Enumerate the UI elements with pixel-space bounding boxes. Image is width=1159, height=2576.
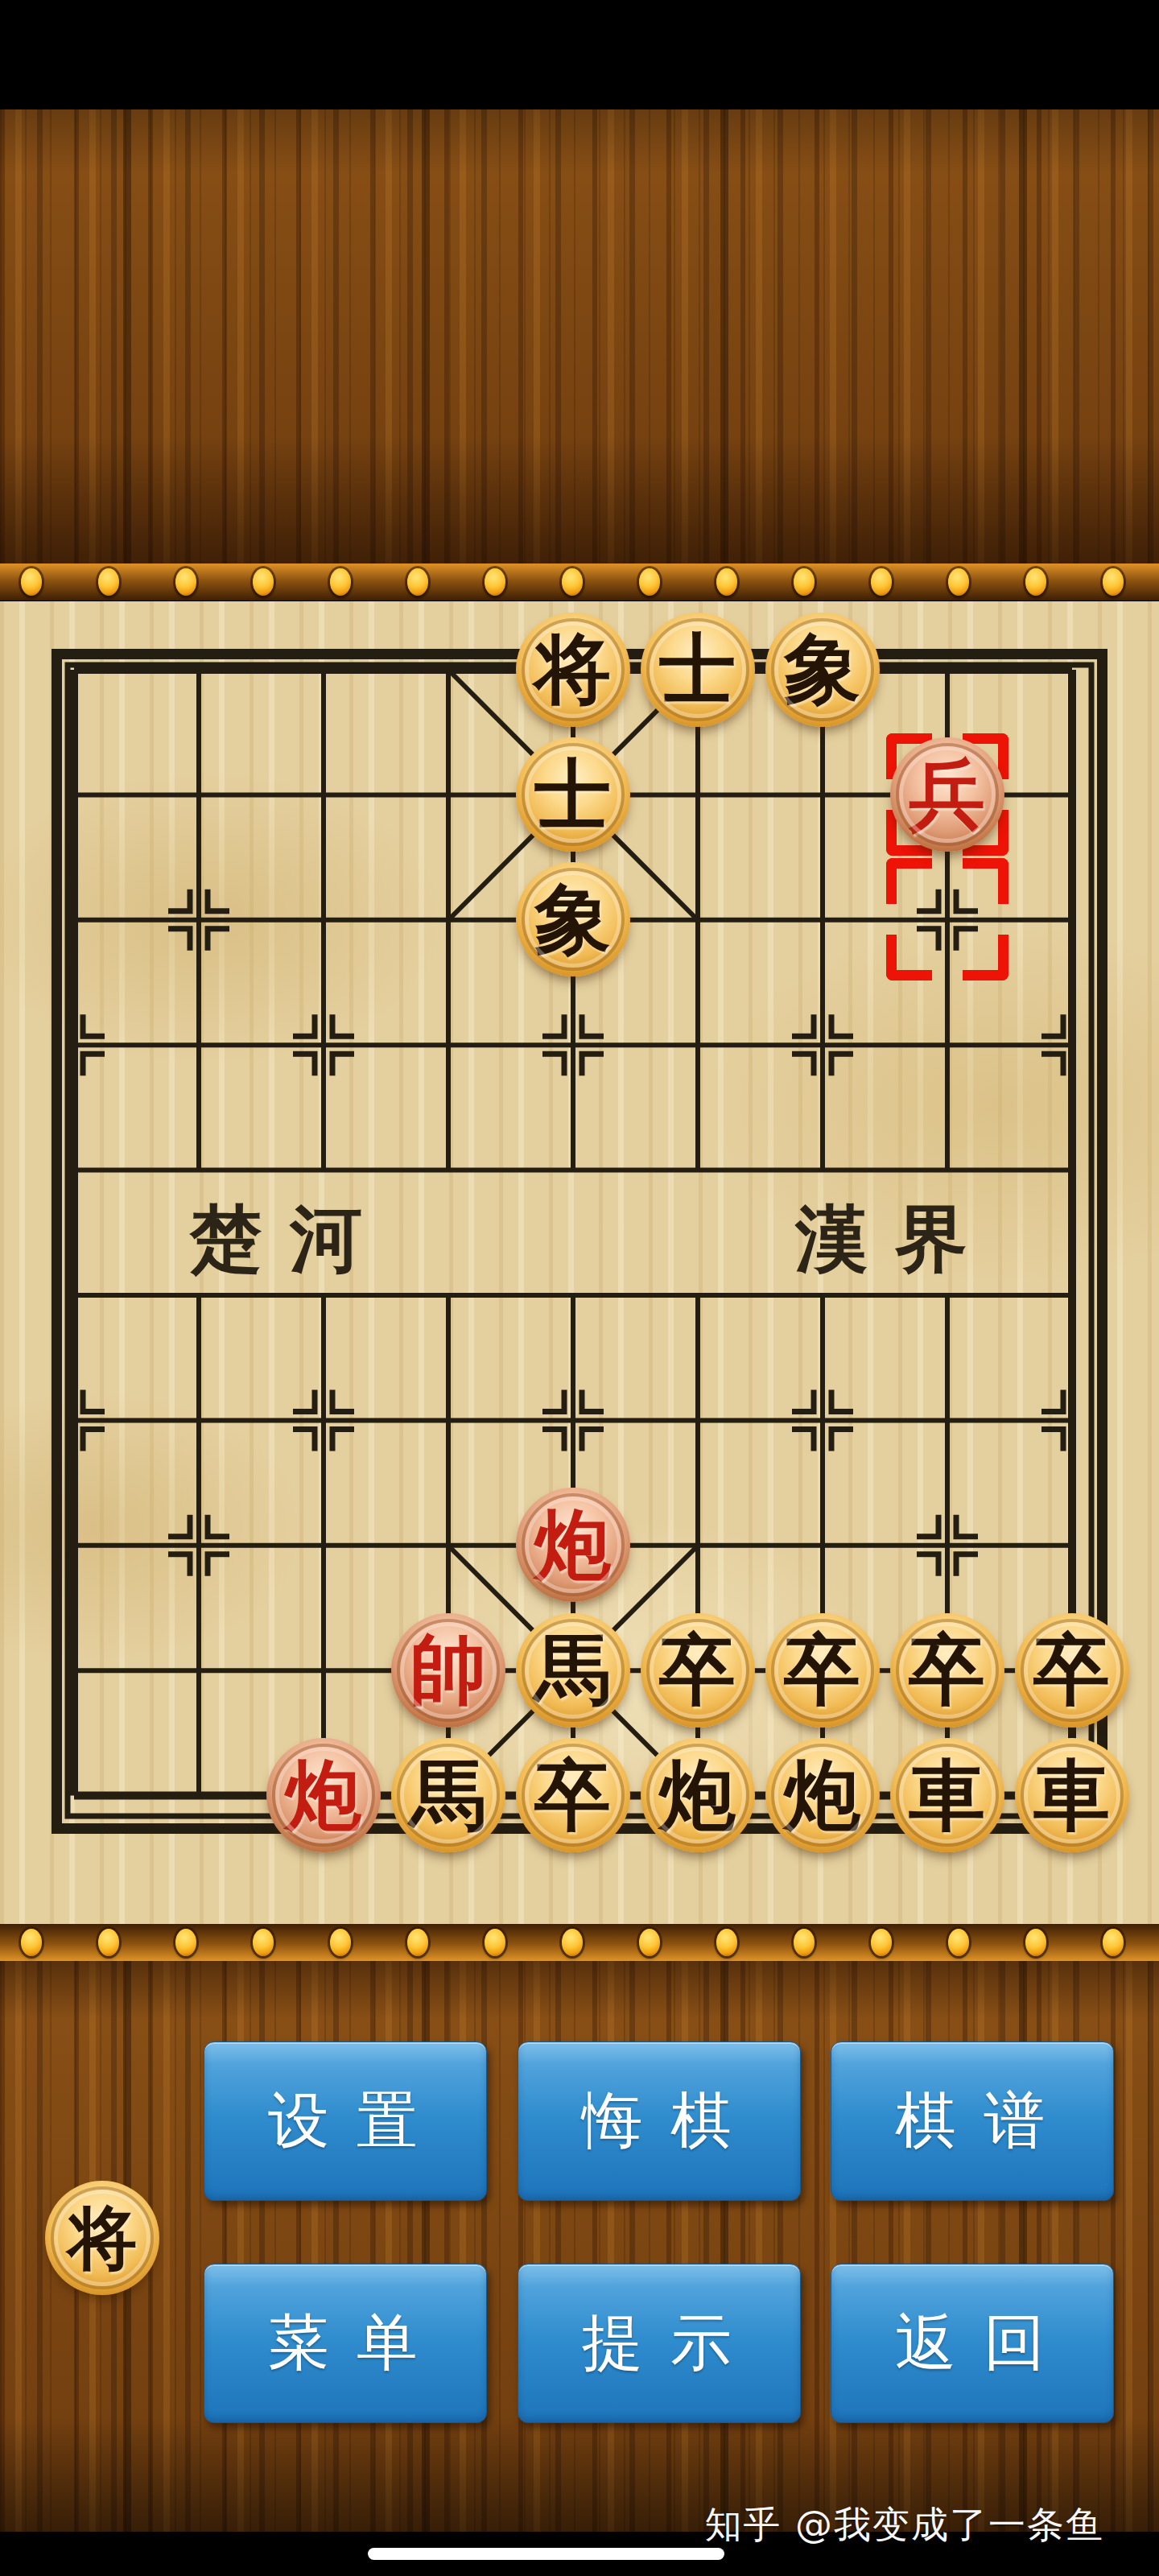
gold-stud <box>21 568 42 596</box>
status-bar-black <box>0 0 1159 109</box>
wood-panel-top <box>0 109 1159 563</box>
gold-stud <box>794 568 815 596</box>
stud-rail-bottom <box>0 1924 1159 1961</box>
piece-black-soldier[interactable]: 卒 <box>765 1613 880 1728</box>
gold-stud <box>716 1929 737 1956</box>
home-indicator[interactable] <box>368 2548 724 2560</box>
pieces-grid[interactable]: 将士象士兵象炮帥馬卒卒卒卒炮馬卒炮炮車車 <box>11 607 1134 1858</box>
piece-black-cannon[interactable]: 炮 <box>641 1738 755 1852</box>
gold-stud <box>407 1929 428 1956</box>
gold-stud <box>562 568 583 596</box>
settings-button[interactable]: 设置 <box>204 2041 487 2201</box>
piece-black-soldier[interactable]: 卒 <box>516 1738 630 1852</box>
gold-stud <box>1025 568 1046 596</box>
gold-stud <box>175 1929 196 1956</box>
menu-button[interactable]: 菜单 <box>204 2264 487 2423</box>
undo-move-button[interactable]: 悔棋 <box>518 2041 801 2201</box>
gold-stud <box>330 568 351 596</box>
gold-stud <box>948 1929 969 1956</box>
piece-black-horse[interactable]: 馬 <box>516 1613 630 1728</box>
piece-red-cannon[interactable]: 炮 <box>516 1488 630 1602</box>
gold-stud <box>1025 1929 1046 1956</box>
piece-black-chariot[interactable]: 車 <box>890 1738 1004 1852</box>
gold-stud <box>175 568 196 596</box>
piece-black-soldier[interactable]: 卒 <box>890 1613 1004 1728</box>
piece-black-soldier[interactable]: 卒 <box>1015 1613 1129 1728</box>
gold-stud <box>98 568 119 596</box>
gold-stud <box>562 1929 583 1956</box>
gold-stud <box>1103 568 1124 596</box>
gold-stud <box>639 568 660 596</box>
piece-black-advisor[interactable]: 士 <box>641 613 755 727</box>
piece-black-horse[interactable]: 馬 <box>391 1738 505 1852</box>
piece-black-chariot[interactable]: 車 <box>1015 1738 1129 1852</box>
piece-red-cannon[interactable]: 炮 <box>266 1738 381 1852</box>
gold-stud <box>253 568 274 596</box>
piece-black-cannon[interactable]: 炮 <box>765 1738 880 1852</box>
turn-indicator-piece: 将 <box>45 2181 159 2295</box>
game-record-button[interactable]: 棋谱 <box>831 2041 1114 2201</box>
gold-stud <box>1103 1929 1124 1956</box>
hint-button[interactable]: 提示 <box>518 2264 801 2423</box>
piece-red-soldier[interactable]: 兵 <box>890 737 1004 852</box>
gold-stud <box>485 1929 505 1956</box>
stud-rail-top <box>0 563 1159 601</box>
gold-stud <box>253 1929 274 1956</box>
gold-stud <box>794 1929 815 1956</box>
piece-black-general[interactable]: 将 <box>516 613 630 727</box>
piece-black-elephant[interactable]: 象 <box>516 862 630 976</box>
piece-black-advisor[interactable]: 士 <box>516 737 630 852</box>
piece-black-soldier[interactable]: 卒 <box>641 1613 755 1728</box>
gold-stud <box>716 568 737 596</box>
gold-stud <box>871 1929 892 1956</box>
gold-stud <box>871 568 892 596</box>
gold-stud <box>407 568 428 596</box>
gold-stud <box>98 1929 119 1956</box>
selection-marker <box>886 858 1008 980</box>
gold-stud <box>485 568 505 596</box>
watermark-text: 知乎 @我变成了一条鱼 <box>704 2504 1104 2545</box>
piece-black-elephant[interactable]: 象 <box>765 613 880 727</box>
gold-stud <box>948 568 969 596</box>
gold-stud <box>639 1929 660 1956</box>
gold-stud <box>330 1929 351 1956</box>
piece-red-general[interactable]: 帥 <box>391 1613 505 1728</box>
gold-stud <box>21 1929 42 1956</box>
back-button[interactable]: 返回 <box>831 2264 1114 2423</box>
